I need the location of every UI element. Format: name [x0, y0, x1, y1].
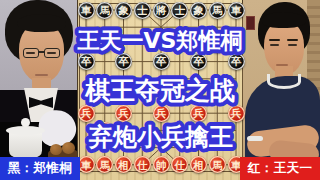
caption-line-1: 王天一VS郑惟桐	[77, 28, 243, 53]
banner-red-label: 红：王天一	[248, 160, 313, 177]
banner-black-player: 黑：郑惟桐	[0, 157, 80, 180]
banner-red-player: 红：王天一	[240, 157, 320, 180]
banner-black-label: 黑：郑惟桐	[8, 160, 73, 177]
caption-line-3: 弃炮小兵擒王	[88, 123, 233, 151]
thumbnail: 車馬象士將士象馬車砲砲卒卒卒卒卒兵兵兵兵兵炮炮車馬相仕帥仕相馬車 王天一VS郑惟…	[0, 0, 320, 180]
caption-overlay: 王天一VS郑惟桐 棋王夺冠之战 弃炮小兵擒王	[0, 0, 320, 180]
caption-line-2: 棋王夺冠之战	[84, 76, 235, 105]
